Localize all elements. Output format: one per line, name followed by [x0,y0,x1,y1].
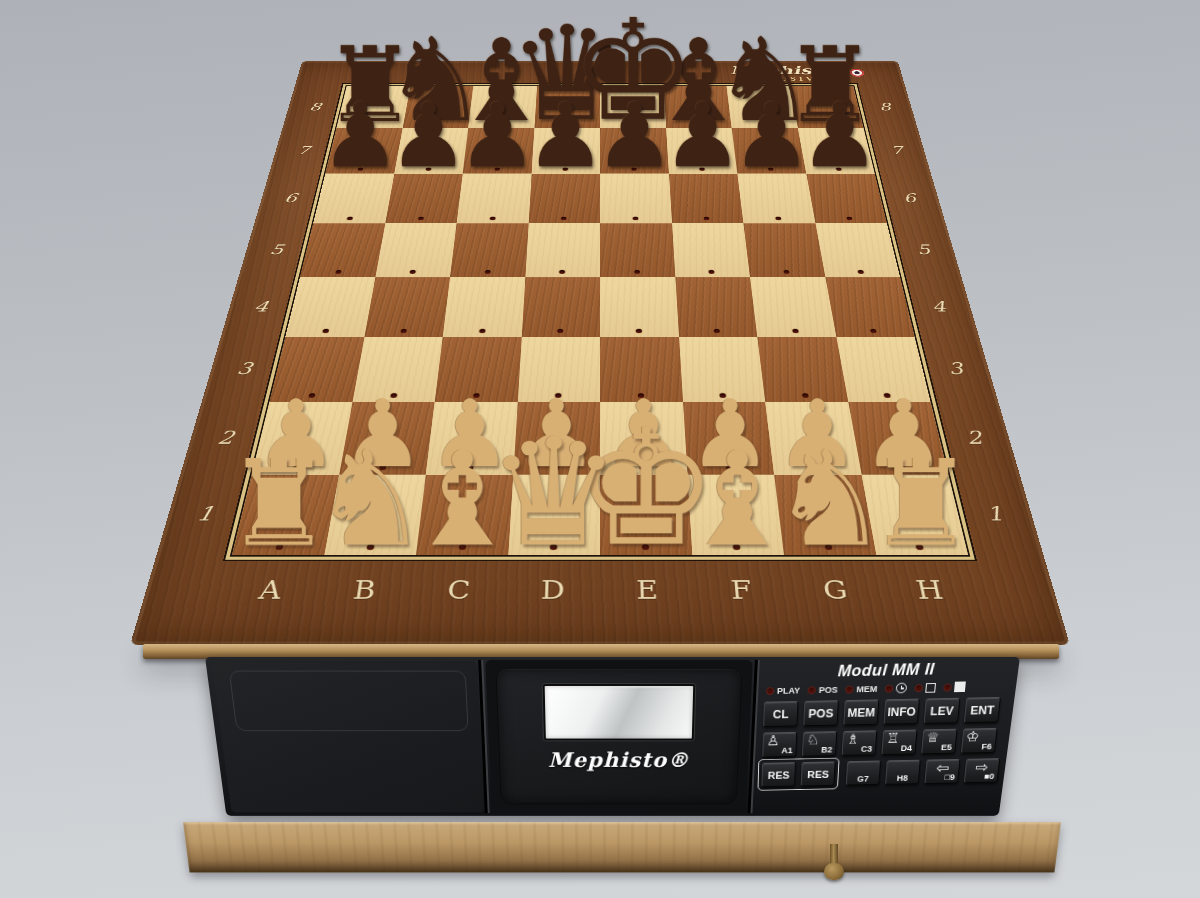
square-f4[interactable] [675,277,757,336]
led-label: PLAY [777,685,800,695]
display-module: Mephisto® [485,660,753,813]
square-g7[interactable]: ♟ [732,128,806,174]
key-sublabel: E5 [941,743,953,752]
clock-icon [896,683,908,694]
key-sublabel: F6 [981,742,992,751]
square-d1[interactable]: ♛ [508,474,600,555]
square-g6[interactable] [737,174,815,224]
knob-cap [824,863,844,880]
square-e6[interactable] [600,174,672,224]
square-a6[interactable] [313,174,394,224]
square-e5[interactable] [600,223,675,277]
rook-icon: ♖ [886,731,900,747]
led-mem: MEM [845,684,877,694]
key-sublabel: A1 [781,746,793,755]
king-icon: ♔ [966,729,981,745]
square-d7[interactable]: ♟ [531,128,600,174]
file-label-d: D [503,555,601,645]
key-info[interactable]: INFO [884,699,920,725]
key-sublabel: ■0 [984,772,995,781]
square-h5[interactable] [815,223,900,277]
square-c6[interactable] [457,174,532,224]
led-dot [943,683,952,691]
square-g5[interactable] [743,223,825,277]
key-sublabel: B2 [821,745,833,754]
square-d6[interactable] [528,174,600,224]
lcd-display [543,684,696,740]
square-c5[interactable] [450,223,528,277]
key-g7[interactable]: G7 [846,760,881,785]
led-pos: POS [808,685,838,695]
led-label: MEM [856,684,877,694]
key-mem[interactable]: MEM [843,699,879,725]
square-g4[interactable] [750,277,836,336]
square-f7[interactable]: ♟ [666,128,737,174]
led-indicator-row: PLAYPOSMEM [766,681,1013,696]
square-b4[interactable] [364,277,450,336]
module-slot-cover [229,671,469,732]
key-sublabel: C3 [861,744,873,753]
square-d5[interactable] [525,223,600,277]
key-res-2[interactable]: RES [801,761,836,786]
white-square-icon [925,683,936,693]
key-lev[interactable]: LEV [924,698,961,724]
key-pawn-a1[interactable]: ♙A1 [762,732,797,757]
key-bishop-c3[interactable]: ♗C3 [842,730,878,756]
led-dot [808,686,816,694]
black-square-icon [954,681,966,692]
file-labels-bottom: ABCDEFGH [210,555,990,645]
key-sublabel: H8 [886,773,918,783]
keypad-panel: Modul MM II PLAYPOSMEM CLPOSMEMINFOLEVEN… [755,656,1015,816]
square-c4[interactable] [443,277,525,336]
mephisto-brand-text: Mephisto® [499,748,738,772]
file-label-a: A [210,555,324,645]
keypad-keys: CLPOSMEMINFOLEVENT ♙A1♘B2♗C3♖D4♕E5♔F6 RE… [761,697,1010,787]
led-dot [915,684,924,692]
piece-black-pawn[interactable]: ♟ [800,100,880,171]
square-f1[interactable]: ♝ [687,474,784,555]
square-h6[interactable] [806,174,887,224]
key-pos[interactable]: POS [803,700,839,726]
rank-label-right-6: 6 [875,174,946,224]
key-h8[interactable]: H8 [885,760,921,785]
piece-white-bishop[interactable]: ♝ [679,448,796,552]
led-white-square [915,683,937,693]
square-a5[interactable] [300,223,385,277]
control-drawer: Mephisto® Modul MM II PLAYPOSMEM CLPOSME… [205,657,1020,816]
piece-white-queen[interactable]: ♛ [487,433,620,552]
queen-icon: ♕ [926,730,940,746]
board-scene: 87654321 87654321 ABCDEFGH Mephisto EXCL… [130,0,1070,645]
drawer-knob[interactable] [824,844,844,886]
key-king-f6[interactable]: ♔F6 [961,728,998,754]
led-dot [885,684,893,692]
key-arrow-right[interactable]: ⇨■0 [964,758,1000,783]
key-ent[interactable]: ENT [964,697,1001,723]
reset-key-group: RESRES [757,758,839,791]
playing-field: ♜♞♝♛♚♝♞♜♟♟♟♟♟♟♟♟♟♟♟♟♟♟♟♟♜♞♝♛♚♝♞♜ [232,86,968,555]
square-d4[interactable] [521,277,600,336]
key-sublabel: G7 [847,774,879,784]
led-dot [845,685,853,693]
key-sublabel: □9 [944,773,955,782]
key-res-1[interactable]: RES [761,762,796,787]
drawer-front-rail [183,822,1061,872]
squares-grid: ♜♞♝♛♚♝♞♜♟♟♟♟♟♟♟♟♟♟♟♟♟♟♟♟♜♞♝♛♚♝♞♜ [232,86,968,555]
board-frame: 87654321 87654321 ABCDEFGH Mephisto EXCL… [130,61,1070,645]
square-h7[interactable]: ♟ [798,128,875,174]
file-label-h: H [876,555,990,645]
led-dot [766,687,774,695]
led-play: PLAY [766,685,800,695]
bishop-icon: ♗ [846,732,860,748]
square-b6[interactable] [385,174,463,224]
square-c7[interactable]: ♟ [463,128,534,174]
led-clock [885,683,908,694]
key-knight-b2[interactable]: ♘B2 [802,731,837,756]
led-black-square [943,681,966,692]
square-f5[interactable] [672,223,750,277]
knight-icon: ♘ [806,732,820,748]
module-slot-panel [212,661,484,812]
key-queen-e5[interactable]: ♕E5 [921,729,957,755]
pawn-icon: ♙ [766,733,780,749]
key-arrow-left[interactable]: ⇦□9 [924,759,960,784]
square-h4[interactable] [825,277,915,336]
key-sublabel: D4 [900,743,912,752]
key-rook-d4[interactable]: ♖D4 [881,730,917,756]
file-label-f: F [692,555,795,645]
file-label-g: G [784,555,893,645]
display-plate: Mephisto® [495,668,742,805]
square-e7[interactable]: ♟ [600,128,669,174]
file-label-b: B [308,555,417,645]
led-label: POS [819,685,838,695]
square-e4[interactable] [600,277,679,336]
square-f6[interactable] [669,174,744,224]
module-title: Modul MM II [759,659,1015,682]
key-cl[interactable]: CL [763,701,798,727]
square-b5[interactable] [375,223,457,277]
knob-stem [830,844,838,864]
file-label-e: E [600,555,698,645]
square-a4[interactable] [285,277,375,336]
file-label-c: C [405,555,508,645]
